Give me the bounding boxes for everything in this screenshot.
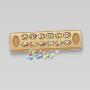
pit-top-1[interactable] [21,34,29,40]
cell-bottom-5 [54,39,63,47]
pit-bottom-2[interactable] [30,41,38,47]
cell-bottom-2 [29,40,38,48]
pit-top-4[interactable] [46,33,54,39]
bead-yellow [59,34,61,36]
pit-top-2[interactable] [29,34,37,40]
cell-bottom-6 [63,39,72,47]
bead-orange [43,52,46,55]
bead-darkred [42,42,44,44]
bead-blue [30,57,33,60]
bead-green [25,36,27,38]
bead-darkred [33,35,35,37]
bead-yellow [50,35,52,37]
cell-bottom-1 [20,41,29,49]
pit-bottom-1[interactable] [21,42,29,48]
pit-bottom-3[interactable] [38,41,46,47]
pit-top-3[interactable] [38,34,46,40]
pit-top-5[interactable] [55,33,63,39]
bead-yellow [51,42,53,44]
pit-bottom-5[interactable] [55,40,63,46]
store-right-cell [71,31,81,46]
cell-bottom-3 [37,40,46,48]
pit-bottom-6[interactable] [63,40,71,46]
bead-tan [56,51,59,54]
cell-bottom-4 [46,40,55,48]
bead-green [67,34,69,36]
store-left[interactable] [12,35,20,47]
pit-top-6[interactable] [63,32,71,38]
board-grid [11,30,82,49]
photo-background: Wooden mancala (kalaha) board with multi… [0,0,90,90]
bead-blue [68,41,70,43]
pit-bottom-4[interactable] [46,41,54,47]
bead-yellow [34,43,36,45]
mancala-board [10,29,83,52]
bead-yellow [52,54,55,57]
store-right[interactable] [72,33,80,45]
bead-red [25,43,27,45]
bead-blue [40,55,43,58]
